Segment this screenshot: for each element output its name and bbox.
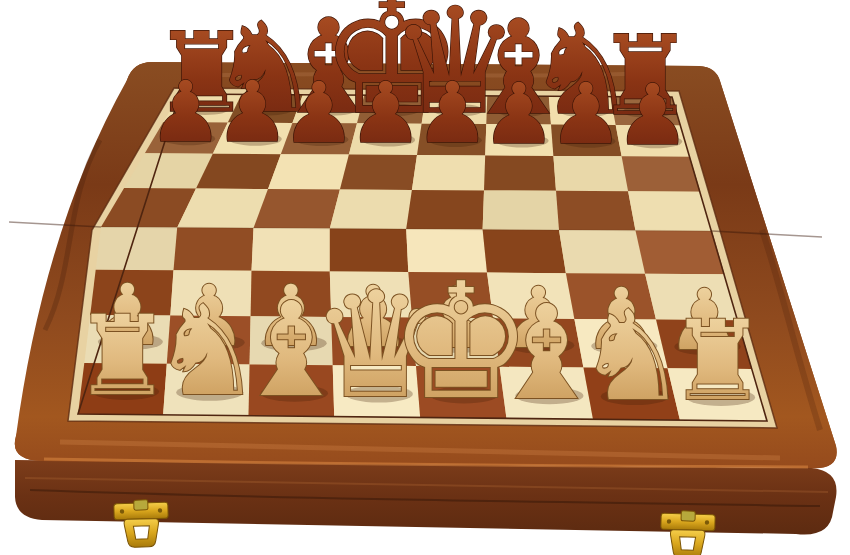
square-c5[interactable] xyxy=(254,189,340,229)
piece-black-pawn-b7[interactable]: ♟ xyxy=(215,63,290,161)
square-d5[interactable] xyxy=(330,190,412,230)
latch-catch xyxy=(681,511,695,521)
square-a4[interactable] xyxy=(96,227,178,270)
chess-set-photo: Folding wooden chess board with Staunton… xyxy=(0,0,850,555)
piece-black-pawn-e7[interactable]: ♟ xyxy=(415,64,490,162)
piece-black-pawn-g7[interactable]: ♟ xyxy=(548,65,623,163)
square-f5[interactable] xyxy=(483,190,559,230)
square-g5[interactable] xyxy=(556,191,636,231)
piece-white-rook-h1[interactable]: ♜ xyxy=(668,297,767,425)
piece-black-pawn-h7[interactable]: ♟ xyxy=(615,66,690,164)
board-scene: ♜♞♝♚♛♝♞♜♟♟♟♟♟♟♟♟♟♟♟♟♟♟♟♟♜♞♝♛♚♝♞♜ xyxy=(0,0,850,555)
piece-black-pawn-d7[interactable]: ♟ xyxy=(348,64,423,162)
square-h4[interactable] xyxy=(636,231,725,275)
latch-catch xyxy=(134,500,148,510)
square-h5[interactable] xyxy=(628,191,712,231)
piece-black-pawn-f7[interactable]: ♟ xyxy=(481,65,556,163)
square-b4[interactable] xyxy=(174,228,254,271)
square-g4[interactable] xyxy=(559,230,645,274)
latch-hook xyxy=(124,519,159,548)
latch-right xyxy=(660,510,715,555)
square-e5[interactable] xyxy=(406,190,484,230)
latch-left xyxy=(114,499,169,547)
piece-black-pawn-c7[interactable]: ♟ xyxy=(281,64,356,162)
piece-black-pawn-a7[interactable]: ♟ xyxy=(148,63,223,161)
latch-hook xyxy=(670,530,705,555)
